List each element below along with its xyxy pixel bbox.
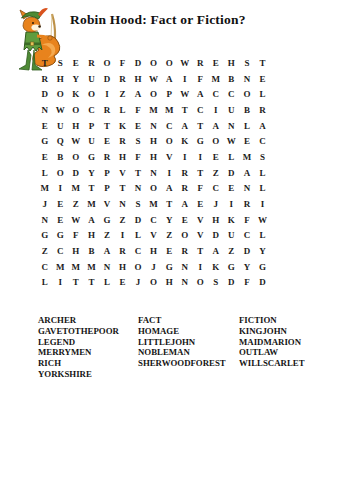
grid-cell-r7c11[interactable]: I bbox=[192, 149, 208, 165]
grid-cell-r6c3[interactable]: W bbox=[68, 133, 84, 149]
grid-cell-r6c5[interactable]: E bbox=[99, 133, 115, 149]
grid-cell-r5c1[interactable]: E bbox=[37, 118, 53, 134]
grid-cell-r7c1[interactable]: E bbox=[37, 149, 53, 165]
grid-cell-r15c12[interactable]: S bbox=[208, 275, 224, 291]
grid-cell-r13c12[interactable]: A bbox=[208, 243, 224, 259]
word-list-column-1: ARCHERGAVETOTHEPOORLEGENDMERRYMENRICHYOR… bbox=[38, 315, 138, 380]
grid-cell-r7c5[interactable]: R bbox=[99, 149, 115, 165]
grid-cell-r10c9[interactable]: T bbox=[161, 196, 177, 212]
word-item: LEGEND bbox=[38, 337, 138, 348]
grid-cell-r6c11[interactable]: G bbox=[192, 133, 208, 149]
grid-cell-r7c2[interactable]: B bbox=[53, 149, 69, 165]
grid-cell-r3c14[interactable]: O bbox=[239, 86, 255, 102]
grid-cell-r9c11[interactable]: F bbox=[192, 181, 208, 197]
grid-cell-r7c7[interactable]: F bbox=[130, 149, 146, 165]
grid-cell-r13c4[interactable]: B bbox=[84, 243, 100, 259]
grid-cell-r9c3[interactable]: M bbox=[68, 181, 84, 197]
grid-cell-r14c13[interactable]: G bbox=[224, 259, 240, 275]
grid-cell-r14c2[interactable]: M bbox=[53, 259, 69, 275]
grid-cell-r7c6[interactable]: H bbox=[115, 149, 131, 165]
grid-cell-r9c5[interactable]: P bbox=[99, 181, 115, 197]
grid-cell-r3c7[interactable]: A bbox=[130, 86, 146, 102]
grid-cell-r6c14[interactable]: E bbox=[239, 133, 255, 149]
grid-cell-r4c7[interactable]: F bbox=[130, 102, 146, 118]
grid-cell-r3c4[interactable]: O bbox=[84, 86, 100, 102]
grid-cell-r8c2[interactable]: O bbox=[53, 165, 69, 181]
word-item: RICH bbox=[38, 358, 138, 369]
grid-cell-r8c9[interactable]: I bbox=[161, 165, 177, 181]
grid-cell-r2c15[interactable]: E bbox=[255, 71, 271, 87]
grid-cell-r6c4[interactable]: U bbox=[84, 133, 100, 149]
grid-cell-r2c11[interactable]: F bbox=[192, 71, 208, 87]
grid-cell-r13c9[interactable]: E bbox=[161, 243, 177, 259]
grid-cell-r1c3[interactable]: E bbox=[68, 55, 84, 71]
grid-cell-r14c5[interactable]: N bbox=[99, 259, 115, 275]
grid-cell-r9c9[interactable]: A bbox=[161, 181, 177, 197]
grid-cell-r13c5[interactable]: A bbox=[99, 243, 115, 259]
grid-cell-r4c8[interactable]: M bbox=[146, 102, 162, 118]
grid-cell-r12c11[interactable]: V bbox=[192, 228, 208, 244]
word-item: YORKSHIRE bbox=[38, 369, 138, 380]
word-item: GAVETOTHEPOOR bbox=[38, 326, 138, 337]
grid-cell-r1c13[interactable]: H bbox=[224, 55, 240, 71]
grid-cell-r1c7[interactable]: D bbox=[130, 55, 146, 71]
word-item: MERRYMEN bbox=[38, 347, 138, 358]
grid-cell-r6c13[interactable]: W bbox=[224, 133, 240, 149]
grid-cell-r12c4[interactable]: H bbox=[84, 228, 100, 244]
grid-cell-r14c10[interactable]: N bbox=[177, 259, 193, 275]
grid-cell-r2c1[interactable]: R bbox=[37, 71, 53, 87]
grid-cell-r12c13[interactable]: U bbox=[224, 228, 240, 244]
grid-cell-r13c14[interactable]: D bbox=[239, 243, 255, 259]
grid-cell-r3c9[interactable]: P bbox=[161, 86, 177, 102]
grid-cell-r10c14[interactable]: R bbox=[239, 196, 255, 212]
grid-cell-r4c10[interactable]: T bbox=[177, 102, 193, 118]
grid-cell-r12c3[interactable]: F bbox=[68, 228, 84, 244]
grid-cell-r10c15[interactable]: I bbox=[255, 196, 271, 212]
grid-cell-r11c12[interactable]: H bbox=[208, 212, 224, 228]
grid-cell-r5c14[interactable]: L bbox=[239, 118, 255, 134]
grid-cell-r8c13[interactable]: D bbox=[224, 165, 240, 181]
grid-cell-r8c1[interactable]: L bbox=[37, 165, 53, 181]
grid-cell-r5c6[interactable]: K bbox=[115, 118, 131, 134]
grid-cell-r5c7[interactable]: E bbox=[130, 118, 146, 134]
grid-cell-r15c7[interactable]: J bbox=[130, 275, 146, 291]
grid-cell-r9c10[interactable]: R bbox=[177, 181, 193, 197]
grid-cell-r8c15[interactable]: L bbox=[255, 165, 271, 181]
word-list: ARCHERGAVETOTHEPOORLEGENDMERRYMENRICHYOR… bbox=[38, 315, 349, 380]
grid-cell-r7c14[interactable]: M bbox=[239, 149, 255, 165]
grid-cell-r11c7[interactable]: D bbox=[130, 212, 146, 228]
word-list-column-2: FACTHOMAGELITTLEJOHNNOBLEMANSHERWOODFORE… bbox=[138, 315, 239, 380]
grid-cell-r10c6[interactable]: N bbox=[115, 196, 131, 212]
grid-cell-r10c7[interactable]: S bbox=[130, 196, 146, 212]
grid-cell-r14c8[interactable]: J bbox=[146, 259, 162, 275]
grid-cell-r1c4[interactable]: R bbox=[84, 55, 100, 71]
grid-cell-r7c3[interactable]: O bbox=[68, 149, 84, 165]
word-list-column-3: FICTIONKINGJOHNMAIDMARIONOUTLAWWILLSCARL… bbox=[239, 315, 349, 380]
grid-cell-r2c2[interactable]: H bbox=[53, 71, 69, 87]
grid-cell-r4c11[interactable]: C bbox=[192, 102, 208, 118]
grid-cell-r1c15[interactable]: T bbox=[255, 55, 271, 71]
grid-cell-r3c13[interactable]: C bbox=[224, 86, 240, 102]
grid-cell-r11c9[interactable]: Y bbox=[161, 212, 177, 228]
grid-cell-r10c1[interactable]: J bbox=[37, 196, 53, 212]
grid-cell-r13c1[interactable]: Z bbox=[37, 243, 53, 259]
grid-cell-r10c5[interactable]: V bbox=[99, 196, 115, 212]
grid-cell-r3c12[interactable]: C bbox=[208, 86, 224, 102]
grid-cell-r15c4[interactable]: T bbox=[84, 275, 100, 291]
grid-cell-r8c3[interactable]: D bbox=[68, 165, 84, 181]
grid-cell-r3c3[interactable]: K bbox=[68, 86, 84, 102]
grid-cell-r11c4[interactable]: A bbox=[84, 212, 100, 228]
grid-cell-r13c10[interactable]: R bbox=[177, 243, 193, 259]
grid-cell-r14c1[interactable]: C bbox=[37, 259, 53, 275]
grid-cell-r5c2[interactable]: U bbox=[53, 118, 69, 134]
grid-cell-r2c14[interactable]: N bbox=[239, 71, 255, 87]
grid-cell-r1c2[interactable]: S bbox=[53, 55, 69, 71]
grid-cell-r8c10[interactable]: R bbox=[177, 165, 193, 181]
grid-cell-r5c8[interactable]: N bbox=[146, 118, 162, 134]
grid-cell-r14c7[interactable]: O bbox=[130, 259, 146, 275]
grid-cell-r4c3[interactable]: O bbox=[68, 102, 84, 118]
grid-cell-r4c13[interactable]: U bbox=[224, 102, 240, 118]
grid-cell-r2c12[interactable]: M bbox=[208, 71, 224, 87]
grid-cell-r14c12[interactable]: K bbox=[208, 259, 224, 275]
grid-cell-r15c15[interactable]: D bbox=[255, 275, 271, 291]
grid-cell-r11c2[interactable]: E bbox=[53, 212, 69, 228]
grid-cell-r2c6[interactable]: R bbox=[115, 71, 131, 87]
grid-cell-r6c7[interactable]: S bbox=[130, 133, 146, 149]
grid-cell-r10c4[interactable]: M bbox=[84, 196, 100, 212]
word-item: WILLSCARLET bbox=[239, 358, 349, 369]
grid-cell-r10c2[interactable]: E bbox=[53, 196, 69, 212]
grid-cell-r11c14[interactable]: F bbox=[239, 212, 255, 228]
grid-cell-r2c3[interactable]: Y bbox=[68, 71, 84, 87]
grid-cell-r6c1[interactable]: G bbox=[37, 133, 53, 149]
grid-cell-r3c2[interactable]: O bbox=[53, 86, 69, 102]
grid-cell-r4c15[interactable]: R bbox=[255, 102, 271, 118]
grid-cell-r5c11[interactable]: T bbox=[192, 118, 208, 134]
grid-cell-r8c6[interactable]: V bbox=[115, 165, 131, 181]
grid-cell-r5c12[interactable]: A bbox=[208, 118, 224, 134]
grid-cell-r6c10[interactable]: K bbox=[177, 133, 193, 149]
grid-cell-r12c2[interactable]: G bbox=[53, 228, 69, 244]
grid-cell-r9c6[interactable]: T bbox=[115, 181, 131, 197]
grid-cell-r9c4[interactable]: T bbox=[84, 181, 100, 197]
grid-cell-r2c13[interactable]: B bbox=[224, 71, 240, 87]
grid-cell-r9c12[interactable]: C bbox=[208, 181, 224, 197]
grid-cell-r15c2[interactable]: I bbox=[53, 275, 69, 291]
word-item: ARCHER bbox=[38, 315, 138, 326]
grid-cell-r15c11[interactable]: O bbox=[192, 275, 208, 291]
grid-cell-r8c7[interactable]: T bbox=[130, 165, 146, 181]
grid-cell-r1c10[interactable]: W bbox=[177, 55, 193, 71]
grid-cell-r9c7[interactable]: N bbox=[130, 181, 146, 197]
grid-cell-r9c13[interactable]: E bbox=[224, 181, 240, 197]
grid-cell-r11c8[interactable]: C bbox=[146, 212, 162, 228]
word-item: MAIDMARION bbox=[239, 337, 349, 348]
grid-cell-r6c8[interactable]: H bbox=[146, 133, 162, 149]
grid-cell-r9c15[interactable]: L bbox=[255, 181, 271, 197]
page-title: Robin Hood: Fact or Fiction? bbox=[70, 12, 284, 28]
grid-cell-r3c15[interactable]: L bbox=[255, 86, 271, 102]
grid-cell-r7c15[interactable]: S bbox=[255, 149, 271, 165]
grid-cell-r12c8[interactable]: V bbox=[146, 228, 162, 244]
grid-cell-r1c12[interactable]: E bbox=[208, 55, 224, 71]
grid-cell-r13c11[interactable]: T bbox=[192, 243, 208, 259]
word-item: LITTLEJOHN bbox=[138, 337, 239, 348]
word-item: OUTLAW bbox=[239, 347, 349, 358]
grid-cell-r11c6[interactable]: Z bbox=[115, 212, 131, 228]
grid-cell-r13c7[interactable]: C bbox=[130, 243, 146, 259]
worksheet-page: Robin Hood: Fact or Fiction? TSEROFDOOWR… bbox=[0, 0, 354, 500]
grid-cell-r5c5[interactable]: T bbox=[99, 118, 115, 134]
grid-cell-r6c6[interactable]: R bbox=[115, 133, 131, 149]
grid-cell-r5c15[interactable]: A bbox=[255, 118, 271, 134]
grid-cell-r15c5[interactable]: L bbox=[99, 275, 115, 291]
grid-cell-r2c7[interactable]: H bbox=[130, 71, 146, 87]
grid-cell-r8c8[interactable]: N bbox=[146, 165, 162, 181]
grid-cell-r15c13[interactable]: D bbox=[224, 275, 240, 291]
grid-cell-r14c11[interactable]: I bbox=[192, 259, 208, 275]
grid-cell-r13c15[interactable]: Y bbox=[255, 243, 271, 259]
grid-cell-r3c11[interactable]: A bbox=[192, 86, 208, 102]
grid-cell-r7c10[interactable]: I bbox=[177, 149, 193, 165]
grid-cell-r12c7[interactable]: L bbox=[130, 228, 146, 244]
grid-cell-r11c10[interactable]: E bbox=[177, 212, 193, 228]
grid-cell-r12c6[interactable]: I bbox=[115, 228, 131, 244]
grid-cell-r14c4[interactable]: M bbox=[84, 259, 100, 275]
grid-cell-r1c14[interactable]: S bbox=[239, 55, 255, 71]
grid-cell-r8c14[interactable]: A bbox=[239, 165, 255, 181]
word-item: FICTION bbox=[239, 315, 349, 326]
grid-cell-r3c8[interactable]: O bbox=[146, 86, 162, 102]
grid-cell-r12c1[interactable]: G bbox=[37, 228, 53, 244]
grid-cell-r9c14[interactable]: N bbox=[239, 181, 255, 197]
grid-cell-r12c5[interactable]: Z bbox=[99, 228, 115, 244]
grid-cell-r1c11[interactable]: R bbox=[192, 55, 208, 71]
grid-cell-r10c10[interactable]: A bbox=[177, 196, 193, 212]
grid-cell-r8c12[interactable]: Z bbox=[208, 165, 224, 181]
grid-cell-r11c13[interactable]: K bbox=[224, 212, 240, 228]
grid-cell-r6c15[interactable]: C bbox=[255, 133, 271, 149]
grid-cell-r12c12[interactable]: D bbox=[208, 228, 224, 244]
grid-cell-r15c14[interactable]: F bbox=[239, 275, 255, 291]
grid-cell-r11c3[interactable]: W bbox=[68, 212, 84, 228]
grid-cell-r4c5[interactable]: R bbox=[99, 102, 115, 118]
grid-cell-r4c14[interactable]: B bbox=[239, 102, 255, 118]
grid-cell-r1c6[interactable]: F bbox=[115, 55, 131, 71]
grid-cell-r13c13[interactable]: Z bbox=[224, 243, 240, 259]
grid-cell-r1c9[interactable]: O bbox=[161, 55, 177, 71]
grid-cell-r3c5[interactable]: I bbox=[99, 86, 115, 102]
grid-cell-r14c9[interactable]: G bbox=[161, 259, 177, 275]
grid-cell-r2c9[interactable]: A bbox=[161, 71, 177, 87]
grid-cell-r4c2[interactable]: W bbox=[53, 102, 69, 118]
grid-cell-r6c2[interactable]: Q bbox=[53, 133, 69, 149]
grid-cell-r14c14[interactable]: Y bbox=[239, 259, 255, 275]
word-item: SHERWOODFOREST bbox=[138, 358, 239, 369]
grid-cell-r15c6[interactable]: E bbox=[115, 275, 131, 291]
grid-cell-r12c10[interactable]: O bbox=[177, 228, 193, 244]
grid-cell-r13c8[interactable]: H bbox=[146, 243, 162, 259]
word-search-grid: TSEROFDOOWREHSTRHYUDRHWAIFMBNEDOKOIZAOPW… bbox=[37, 55, 270, 290]
grid-cell-r7c13[interactable]: L bbox=[224, 149, 240, 165]
grid-cell-r3c10[interactable]: W bbox=[177, 86, 193, 102]
grid-cell-r10c8[interactable]: M bbox=[146, 196, 162, 212]
grid-cell-r2c5[interactable]: D bbox=[99, 71, 115, 87]
grid-cell-r13c3[interactable]: H bbox=[68, 243, 84, 259]
grid-cell-r13c6[interactable]: R bbox=[115, 243, 131, 259]
grid-cell-r10c11[interactable]: E bbox=[192, 196, 208, 212]
grid-cell-r15c10[interactable]: N bbox=[177, 275, 193, 291]
word-item: HOMAGE bbox=[138, 326, 239, 337]
grid-cell-r8c4[interactable]: Y bbox=[84, 165, 100, 181]
grid-cell-r12c9[interactable]: Z bbox=[161, 228, 177, 244]
grid-cell-r8c5[interactable]: P bbox=[99, 165, 115, 181]
grid-cell-r2c10[interactable]: I bbox=[177, 71, 193, 87]
grid-cell-r10c13[interactable]: I bbox=[224, 196, 240, 212]
grid-cell-r4c9[interactable]: M bbox=[161, 102, 177, 118]
grid-cell-r8c11[interactable]: T bbox=[192, 165, 208, 181]
grid-cell-r9c8[interactable]: O bbox=[146, 181, 162, 197]
grid-cell-r15c8[interactable]: O bbox=[146, 275, 162, 291]
grid-cell-r5c4[interactable]: P bbox=[84, 118, 100, 134]
word-item: KINGJOHN bbox=[239, 326, 349, 337]
grid-cell-r9c1[interactable]: M bbox=[37, 181, 53, 197]
grid-cell-r9c2[interactable]: I bbox=[53, 181, 69, 197]
word-item: FACT bbox=[138, 315, 239, 326]
grid-cell-r5c13[interactable]: N bbox=[224, 118, 240, 134]
grid-cell-r5c3[interactable]: H bbox=[68, 118, 84, 134]
grid-cell-r14c6[interactable]: H bbox=[115, 259, 131, 275]
grid-cell-r2c8[interactable]: W bbox=[146, 71, 162, 87]
grid-cell-r4c1[interactable]: N bbox=[37, 102, 53, 118]
grid-cell-r4c4[interactable]: C bbox=[84, 102, 100, 118]
grid-cell-r7c8[interactable]: H bbox=[146, 149, 162, 165]
grid-cell-r1c8[interactable]: O bbox=[146, 55, 162, 71]
grid-cell-r13c2[interactable]: C bbox=[53, 243, 69, 259]
grid-cell-r1c5[interactable]: O bbox=[99, 55, 115, 71]
grid-cell-r12c14[interactable]: C bbox=[239, 228, 255, 244]
grid-cell-r3c6[interactable]: Z bbox=[115, 86, 131, 102]
grid-cell-r7c9[interactable]: V bbox=[161, 149, 177, 165]
grid-cell-r3c1[interactable]: D bbox=[37, 86, 53, 102]
grid-cell-r5c10[interactable]: A bbox=[177, 118, 193, 134]
grid-cell-r11c1[interactable]: N bbox=[37, 212, 53, 228]
grid-cell-r4c6[interactable]: L bbox=[115, 102, 131, 118]
grid-cell-r11c15[interactable]: W bbox=[255, 212, 271, 228]
grid-cell-r11c11[interactable]: V bbox=[192, 212, 208, 228]
grid-cell-r6c12[interactable]: O bbox=[208, 133, 224, 149]
grid-cell-r10c12[interactable]: J bbox=[208, 196, 224, 212]
grid-cell-r7c12[interactable]: E bbox=[208, 149, 224, 165]
grid-cell-r7c4[interactable]: G bbox=[84, 149, 100, 165]
grid-cell-r15c9[interactable]: H bbox=[161, 275, 177, 291]
word-item: NOBLEMAN bbox=[138, 347, 239, 358]
grid-cell-r11c5[interactable]: G bbox=[99, 212, 115, 228]
grid-cell-r4c12[interactable]: I bbox=[208, 102, 224, 118]
grid-cell-r2c4[interactable]: U bbox=[84, 71, 100, 87]
grid-cell-r12c15[interactable]: L bbox=[255, 228, 271, 244]
grid-cell-r6c9[interactable]: O bbox=[161, 133, 177, 149]
grid-cell-r15c1[interactable]: L bbox=[37, 275, 53, 291]
grid-cell-r10c3[interactable]: Z bbox=[68, 196, 84, 212]
grid-cell-r5c9[interactable]: C bbox=[161, 118, 177, 134]
grid-cell-r14c3[interactable]: M bbox=[68, 259, 84, 275]
grid-cell-r15c3[interactable]: T bbox=[68, 275, 84, 291]
grid-cell-r14c15[interactable]: G bbox=[255, 259, 271, 275]
grid-cell-r1c1[interactable]: T bbox=[37, 55, 53, 71]
